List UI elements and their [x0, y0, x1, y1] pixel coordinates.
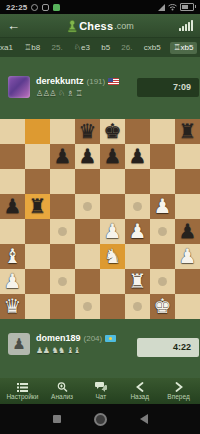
captured-pieces-bottom: ♟♟ ♞♞ ♝♝	[36, 346, 116, 355]
android-home-icon[interactable]	[94, 413, 107, 426]
square-g1[interactable]: ♚	[150, 294, 175, 319]
square-a3[interactable]: ♝	[0, 244, 25, 269]
square-b2[interactable]	[25, 269, 50, 294]
settings-list-icon	[17, 383, 28, 392]
legal-move-hint-dot[interactable]	[158, 277, 167, 286]
square-d2[interactable]	[75, 269, 100, 294]
square-a7[interactable]	[0, 144, 25, 169]
square-b7[interactable]	[25, 144, 50, 169]
connection-strength-icon[interactable]	[179, 20, 193, 31]
square-c3[interactable]	[50, 244, 75, 269]
app-header: ← Chess.com	[0, 14, 200, 38]
nav-forward-move[interactable]: Вперед	[164, 382, 194, 400]
square-a4[interactable]	[0, 219, 25, 244]
square-b5[interactable]: ♜	[25, 194, 50, 219]
avatar-bottom-player[interactable]: ♟	[8, 333, 30, 355]
clock-bottom: 4:22	[137, 338, 199, 357]
square-h4[interactable]: ♟	[175, 219, 200, 244]
square-h3[interactable]: ♟	[175, 244, 200, 269]
square-f6[interactable]	[125, 169, 150, 194]
player-name-bottom[interactable]: domen189	[36, 333, 81, 343]
square-g8[interactable]	[150, 119, 175, 144]
square-c6[interactable]	[50, 169, 75, 194]
square-h7[interactable]	[175, 144, 200, 169]
square-c4[interactable]	[50, 219, 75, 244]
move-list-bar[interactable]: xa1♖b825.♘e3b526.cxb5♖xb5	[0, 38, 200, 57]
nav-forward-label: Вперед	[167, 393, 189, 400]
square-a6[interactable]	[0, 169, 25, 194]
chat-icon	[95, 382, 107, 392]
square-d5[interactable]	[75, 194, 100, 219]
piece-black-pawn[interactable]: ♟	[100, 144, 125, 169]
square-f4[interactable]: ♟	[125, 219, 150, 244]
square-h1[interactable]	[175, 294, 200, 319]
player-row-bottom: ♟ domen189 (204) ♟♟ ♞♞ ♝♝ 4:22	[0, 319, 200, 378]
player-row-top: derekkuntz (191) ♙♙♙ ♘ ♗ ♖ 7:09	[0, 57, 200, 119]
square-d8[interactable]: ♛	[75, 119, 100, 144]
analysis-icon	[57, 382, 68, 392]
square-g5[interactable]: ♟	[150, 194, 175, 219]
square-e1[interactable]	[100, 294, 125, 319]
square-c2[interactable]	[50, 269, 75, 294]
game-area: derekkuntz (191) ♙♙♙ ♘ ♗ ♖ 7:09 ♛♚♜♟♟♟♟♟…	[0, 57, 200, 378]
piece-black-king[interactable]: ♚	[100, 119, 125, 144]
logo-text: Chess	[79, 20, 113, 32]
move-item[interactable]: ♘e3	[72, 42, 92, 53]
chess-board[interactable]: ♛♚♜♟♟♟♟♟♜♟♟♟♟♝♞♟♟♜♛♚	[0, 119, 200, 319]
square-f5[interactable]	[125, 194, 150, 219]
piece-white-queen[interactable]: ♛	[0, 294, 25, 319]
piece-black-pawn[interactable]: ♟	[0, 194, 25, 219]
nav-back-move[interactable]: Назад	[125, 382, 155, 400]
square-g2[interactable]	[150, 269, 175, 294]
square-b6[interactable]	[25, 169, 50, 194]
player-name-top[interactable]: derekkuntz	[36, 76, 84, 86]
move-item[interactable]: ♖xb5	[170, 42, 197, 54]
legal-move-hint-dot[interactable]	[83, 202, 92, 211]
captured-pieces-top: ♙♙♙ ♘ ♗ ♖	[36, 89, 119, 98]
piece-white-pawn[interactable]: ♟	[125, 219, 150, 244]
move-number: 25.	[49, 42, 64, 53]
legal-move-hint-dot[interactable]	[58, 277, 67, 286]
square-f1[interactable]	[125, 294, 150, 319]
square-e5[interactable]	[100, 194, 125, 219]
player-rating-top: (191)	[87, 77, 106, 86]
android-nav-bar	[0, 404, 200, 434]
android-back-icon[interactable]	[140, 414, 148, 424]
square-g6[interactable]	[150, 169, 175, 194]
square-e6[interactable]	[100, 169, 125, 194]
notification-icon	[42, 4, 49, 11]
piece-black-pawn[interactable]: ♟	[75, 144, 100, 169]
us-flag-icon	[108, 78, 119, 85]
piece-black-rook[interactable]: ♜	[25, 194, 50, 219]
forward-chevron-icon	[175, 382, 183, 392]
legal-move-hint-dot[interactable]	[83, 302, 92, 311]
nav-chat[interactable]: Чат	[86, 382, 116, 400]
android-recents-icon[interactable]	[53, 415, 61, 423]
square-g3[interactable]	[150, 244, 175, 269]
square-e2[interactable]	[100, 269, 125, 294]
nav-back-move-label-chat: Чат	[96, 393, 107, 400]
kz-flag-icon	[105, 335, 116, 342]
piece-white-pawn[interactable]: ♟	[150, 194, 175, 219]
legal-move-hint-dot[interactable]	[133, 202, 142, 211]
bottom-nav: Настройки Анализ Чат Назад	[0, 378, 200, 404]
square-f7[interactable]: ♟	[125, 144, 150, 169]
piece-black-pawn[interactable]: ♟	[175, 219, 200, 244]
square-d3[interactable]	[75, 244, 100, 269]
move-item[interactable]: ♖b8	[22, 42, 42, 53]
nav-analysis-label: Анализ	[51, 393, 73, 400]
square-h6[interactable]	[175, 169, 200, 194]
piece-white-pawn[interactable]: ♟	[100, 219, 125, 244]
square-c5[interactable]	[50, 194, 75, 219]
piece-white-rook[interactable]: ♜	[125, 269, 150, 294]
square-d6[interactable]	[75, 169, 100, 194]
square-e3[interactable]: ♞	[100, 244, 125, 269]
piece-white-king[interactable]: ♚	[150, 294, 175, 319]
square-e8[interactable]: ♚	[100, 119, 125, 144]
piece-white-knight[interactable]: ♞	[100, 244, 125, 269]
square-g7[interactable]	[150, 144, 175, 169]
status-bar: 22:25	[0, 0, 200, 14]
square-b3[interactable]	[25, 244, 50, 269]
nav-analysis[interactable]: Анализ	[47, 382, 77, 400]
square-f3[interactable]	[125, 244, 150, 269]
square-e7[interactable]: ♟	[100, 144, 125, 169]
square-f2[interactable]: ♜	[125, 269, 150, 294]
wifi-icon	[168, 3, 177, 11]
back-chevron-icon	[136, 382, 144, 392]
nav-settings-label: Настройки	[6, 393, 38, 400]
piece-black-pawn[interactable]: ♟	[50, 144, 75, 169]
move-item[interactable]: cxb5	[142, 42, 163, 53]
move-number: 26.	[119, 42, 134, 53]
square-a1[interactable]: ♛	[0, 294, 25, 319]
logo-suffix: .com	[114, 21, 134, 31]
square-e4[interactable]: ♟	[100, 219, 125, 244]
piece-black-pawn[interactable]: ♟	[125, 144, 150, 169]
avatar-top-player[interactable]	[8, 76, 30, 98]
pawn-logo-icon	[66, 19, 78, 33]
square-b1[interactable]	[25, 294, 50, 319]
square-a2[interactable]: ♟	[0, 269, 25, 294]
square-a5[interactable]: ♟	[0, 194, 25, 219]
cellular-signal-icon	[158, 4, 165, 11]
player-rating-bottom: (204)	[84, 334, 103, 343]
square-c8[interactable]	[50, 119, 75, 144]
watch-icon	[31, 4, 38, 11]
square-g4[interactable]	[150, 219, 175, 244]
piece-white-pawn[interactable]: ♟	[0, 269, 25, 294]
nav-back-label: Назад	[130, 393, 149, 400]
legal-move-hint-dot[interactable]	[58, 227, 67, 236]
square-a8[interactable]	[0, 119, 25, 144]
legal-move-hint-dot[interactable]	[158, 227, 167, 236]
piece-black-queen[interactable]: ♛	[75, 119, 100, 144]
move-item[interactable]: b5	[99, 42, 112, 53]
piece-white-pawn[interactable]: ♟	[175, 244, 200, 269]
square-f8[interactable]	[125, 119, 150, 144]
status-time: 22:25	[6, 3, 27, 12]
square-h2[interactable]	[175, 269, 200, 294]
chesscom-logo: Chess.com	[66, 19, 134, 33]
piece-black-rook[interactable]: ♜	[175, 119, 200, 144]
status-right-icons	[158, 3, 194, 11]
square-b4[interactable]	[25, 219, 50, 244]
square-d4[interactable]	[75, 219, 100, 244]
square-c7[interactable]: ♟	[50, 144, 75, 169]
clock-top: 7:09	[137, 78, 199, 97]
battery-icon	[180, 3, 194, 11]
app-notification-icon	[53, 4, 60, 11]
square-d7[interactable]: ♟	[75, 144, 100, 169]
piece-white-bishop[interactable]: ♝	[0, 244, 25, 269]
back-arrow-icon[interactable]: ←	[7, 19, 20, 32]
square-h5[interactable]	[175, 194, 200, 219]
square-b8[interactable]	[25, 119, 50, 144]
nav-settings[interactable]: Настройки	[6, 383, 38, 400]
square-h8[interactable]: ♜	[175, 119, 200, 144]
square-c1[interactable]	[50, 294, 75, 319]
move-item[interactable]: xa1	[0, 42, 15, 53]
chess-app-screen: 22:25 ← Chess.com xa1♖b825.♘e3b526.cxb5♖…	[0, 0, 200, 434]
square-d1[interactable]	[75, 294, 100, 319]
legal-move-hint-dot[interactable]	[133, 302, 142, 311]
